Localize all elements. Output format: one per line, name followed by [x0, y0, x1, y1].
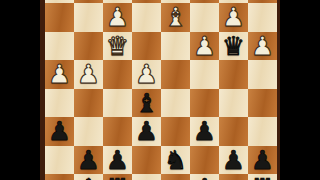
- square-a8[interactable]: ♜: [248, 174, 277, 180]
- square-h7[interactable]: [45, 146, 74, 175]
- chess-board: ♚♜♜♞♟♝♟♛♟♛♟♟♟♟♝♟♟♟♟♟♞♟♟♚♜♝♜: [40, 0, 280, 180]
- square-c5[interactable]: [190, 89, 219, 118]
- board-grid: ♚♜♜♞♟♝♟♛♟♛♟♟♟♟♝♟♟♟♟♟♞♟♟♚♜♝♜: [45, 0, 277, 180]
- square-a2[interactable]: [248, 3, 277, 32]
- square-b4[interactable]: [219, 60, 248, 89]
- piece-black-queen: ♛: [219, 32, 248, 61]
- square-d4[interactable]: [161, 60, 190, 89]
- square-g4[interactable]: ♟: [74, 60, 103, 89]
- piece-white-bishop: ♝: [161, 3, 190, 32]
- square-b5[interactable]: [219, 89, 248, 118]
- square-a3[interactable]: ♟: [248, 32, 277, 61]
- square-a7[interactable]: ♟: [248, 146, 277, 175]
- square-e8[interactable]: [132, 174, 161, 180]
- square-d2[interactable]: ♝: [161, 3, 190, 32]
- square-g7[interactable]: ♟: [74, 146, 103, 175]
- square-g6[interactable]: [74, 117, 103, 146]
- square-e5[interactable]: ♝: [132, 89, 161, 118]
- square-g3[interactable]: [74, 32, 103, 61]
- square-c4[interactable]: [190, 60, 219, 89]
- square-a6[interactable]: [248, 117, 277, 146]
- square-c7[interactable]: [190, 146, 219, 175]
- square-g2[interactable]: [74, 3, 103, 32]
- board-clip: ♚♜♜♞♟♝♟♛♟♛♟♟♟♟♝♟♟♟♟♟♞♟♟♚♜♝♜: [45, 0, 277, 180]
- square-a4[interactable]: [248, 60, 277, 89]
- piece-black-pawn: ♟: [45, 117, 74, 146]
- piece-black-bishop: ♝: [132, 89, 161, 118]
- square-h4[interactable]: ♟: [45, 60, 74, 89]
- piece-white-pawn: ♟: [74, 60, 103, 89]
- square-f6[interactable]: [103, 117, 132, 146]
- square-c6[interactable]: ♟: [190, 117, 219, 146]
- piece-black-pawn: ♟: [219, 146, 248, 175]
- piece-black-rook: ♜: [248, 174, 277, 180]
- piece-black-pawn: ♟: [74, 146, 103, 175]
- square-f4[interactable]: [103, 60, 132, 89]
- piece-white-pawn: ♟: [103, 3, 132, 32]
- square-d7[interactable]: ♞: [161, 146, 190, 175]
- piece-black-knight: ♞: [161, 146, 190, 175]
- piece-black-rook: ♜: [103, 174, 132, 180]
- square-b8[interactable]: [219, 174, 248, 180]
- piece-black-pawn: ♟: [103, 146, 132, 175]
- square-f5[interactable]: [103, 89, 132, 118]
- square-c3[interactable]: ♟: [190, 32, 219, 61]
- piece-white-pawn: ♟: [248, 32, 277, 61]
- square-e7[interactable]: [132, 146, 161, 175]
- square-d8[interactable]: [161, 174, 190, 180]
- square-g8[interactable]: ♚: [74, 174, 103, 180]
- square-d6[interactable]: [161, 117, 190, 146]
- piece-white-pawn: ♟: [219, 3, 248, 32]
- square-e4[interactable]: ♟: [132, 60, 161, 89]
- square-e3[interactable]: [132, 32, 161, 61]
- square-c8[interactable]: ♝: [190, 174, 219, 180]
- square-h6[interactable]: ♟: [45, 117, 74, 146]
- piece-black-pawn: ♟: [132, 117, 161, 146]
- square-d5[interactable]: [161, 89, 190, 118]
- square-b3[interactable]: ♛: [219, 32, 248, 61]
- square-h8[interactable]: [45, 174, 74, 180]
- square-h5[interactable]: [45, 89, 74, 118]
- piece-white-pawn: ♟: [132, 60, 161, 89]
- piece-white-pawn: ♟: [45, 60, 74, 89]
- letterbox-left: [0, 0, 40, 180]
- square-f2[interactable]: ♟: [103, 3, 132, 32]
- square-f8[interactable]: ♜: [103, 174, 132, 180]
- square-b2[interactable]: ♟: [219, 3, 248, 32]
- square-e2[interactable]: [132, 3, 161, 32]
- square-d3[interactable]: [161, 32, 190, 61]
- piece-black-pawn: ♟: [248, 146, 277, 175]
- piece-black-bishop: ♝: [190, 174, 219, 180]
- square-h2[interactable]: [45, 3, 74, 32]
- piece-black-king: ♚: [74, 174, 103, 180]
- square-e6[interactable]: ♟: [132, 117, 161, 146]
- square-g5[interactable]: [74, 89, 103, 118]
- letterbox-right: [280, 0, 320, 180]
- square-b6[interactable]: [219, 117, 248, 146]
- piece-white-pawn: ♟: [190, 32, 219, 61]
- square-b7[interactable]: ♟: [219, 146, 248, 175]
- square-f7[interactable]: ♟: [103, 146, 132, 175]
- piece-white-queen: ♛: [103, 32, 132, 61]
- video-frame: ♚♜♜♞♟♝♟♛♟♛♟♟♟♟♝♟♟♟♟♟♞♟♟♚♜♝♜: [0, 0, 320, 180]
- square-f3[interactable]: ♛: [103, 32, 132, 61]
- square-c2[interactable]: [190, 3, 219, 32]
- square-h3[interactable]: [45, 32, 74, 61]
- piece-black-pawn: ♟: [190, 117, 219, 146]
- square-a5[interactable]: [248, 89, 277, 118]
